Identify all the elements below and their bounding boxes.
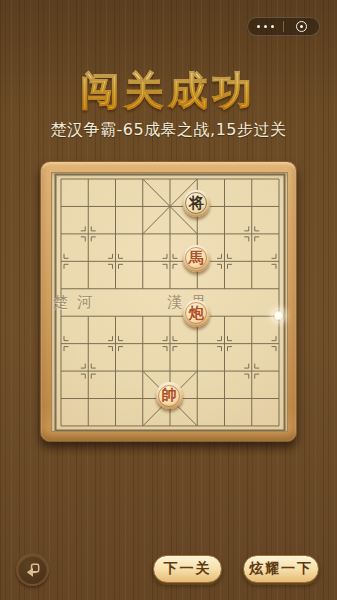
success-title: 闯关成功 — [0, 64, 337, 118]
share-back-button[interactable] — [16, 553, 49, 586]
close-button[interactable] — [284, 18, 319, 35]
river-label-left: 楚河 — [53, 293, 101, 312]
piece-将[interactable]: 将 — [183, 190, 210, 217]
piece-帥[interactable]: 帥 — [156, 382, 183, 409]
piece-馬[interactable]: 馬 — [183, 245, 210, 272]
app-screen: 闯关成功 楚汉争霸-65成皋之战,15步过关 楚河 漢界 将馬炮帥 下一关 炫耀… — [0, 0, 337, 600]
share-back-icon — [23, 560, 42, 579]
close-icon — [296, 21, 307, 32]
next-level-button[interactable]: 下一关 — [153, 555, 222, 583]
brag-button[interactable]: 炫耀一下 — [243, 555, 319, 583]
more-icon — [257, 25, 274, 29]
wechat-capsule — [247, 17, 320, 36]
more-button[interactable] — [248, 18, 283, 35]
piece-炮[interactable]: 炮 — [183, 300, 210, 327]
level-subtitle: 楚汉争霸-65成皋之战,15步过关 — [0, 120, 337, 141]
